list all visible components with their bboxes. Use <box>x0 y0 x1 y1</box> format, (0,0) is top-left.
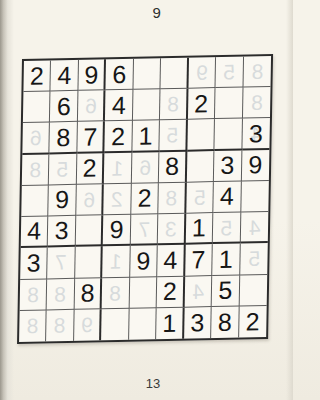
cell-r1c8[interactable]: 5 <box>216 57 244 89</box>
given-digit: 1 <box>138 123 152 148</box>
cell-r3c4: 2 <box>105 121 133 153</box>
given-digit: 4 <box>57 63 71 88</box>
given-digit: 4 <box>112 93 126 118</box>
cell-r5c4[interactable]: 2 <box>104 184 132 216</box>
given-digit: 1 <box>219 247 233 272</box>
given-digit: 9 <box>55 187 69 212</box>
cell-r8c7[interactable]: 4 <box>184 276 212 308</box>
showthrough-digit: 5 <box>49 158 76 180</box>
cell-r7c7: 7 <box>185 244 213 276</box>
sudoku-board: 2496958664828687215438521683996228544397… <box>17 54 273 344</box>
showthrough-digit: 5 <box>240 248 268 270</box>
given-digit: 6 <box>112 62 126 87</box>
given-digit: 9 <box>84 62 98 87</box>
cell-r9c8: 8 <box>211 306 239 338</box>
showthrough-digit: 5 <box>213 217 240 239</box>
showthrough-digit: 6 <box>76 189 102 211</box>
cell-r6c9[interactable]: 4 <box>240 212 268 244</box>
cell-r6c7: 1 <box>185 213 213 245</box>
cell-r3c1[interactable]: 6 <box>22 123 50 155</box>
cell-r9c7: 3 <box>184 307 212 339</box>
cell-r9c5[interactable] <box>129 308 157 340</box>
cell-r9c2[interactable]: 8 <box>47 310 75 342</box>
cell-r3c5: 1 <box>132 121 160 153</box>
showthrough-digit: 8 <box>19 315 46 337</box>
cell-r2c9[interactable]: 8 <box>242 87 270 119</box>
cell-r7c2[interactable]: 7 <box>48 247 76 279</box>
page-number: 13 <box>146 376 160 391</box>
given-digit: 2 <box>163 279 177 304</box>
given-digit: 3 <box>220 153 234 178</box>
showthrough-digit: 5 <box>160 124 186 146</box>
cell-r2c3[interactable]: 6 <box>78 91 106 123</box>
cell-r5c2: 9 <box>49 185 77 217</box>
cell-r5c8: 4 <box>213 181 241 213</box>
cell-r9c3[interactable]: 9 <box>74 309 102 341</box>
showthrough-digit: 1 <box>104 157 131 179</box>
given-digit: 8 <box>218 310 232 335</box>
page-binding-shadow <box>0 0 14 400</box>
given-digit: 4 <box>163 248 177 273</box>
cell-r4c3: 2 <box>77 153 105 185</box>
cell-r4c7[interactable] <box>187 151 215 183</box>
cell-r2c7: 2 <box>188 88 216 120</box>
cell-r5c7[interactable]: 5 <box>186 182 214 214</box>
cell-r4c2[interactable]: 5 <box>49 154 77 186</box>
cell-r7c9[interactable]: 5 <box>240 243 268 275</box>
given-digit: 3 <box>26 250 40 275</box>
cell-r6c2: 3 <box>48 216 76 248</box>
showthrough-digit: 4 <box>184 280 211 302</box>
cell-r4c4[interactable]: 1 <box>104 152 132 184</box>
given-digit: 9 <box>109 217 123 242</box>
cell-r3c3: 7 <box>77 122 105 154</box>
cell-r2c2: 6 <box>50 91 78 123</box>
cell-r8c9[interactable] <box>239 275 267 307</box>
cell-r7c8: 1 <box>212 244 240 276</box>
cell-r5c9[interactable] <box>241 181 269 213</box>
showthrough-digit: 3 <box>158 218 184 240</box>
cell-r3c8[interactable] <box>215 119 243 151</box>
cell-r6c3[interactable] <box>76 215 104 247</box>
given-digit: 3 <box>54 218 68 243</box>
cell-r9c4[interactable] <box>101 309 129 341</box>
given-digit: 7 <box>83 124 97 149</box>
cell-r1c1: 2 <box>23 60 51 92</box>
showthrough-digit: 8 <box>102 282 129 304</box>
cell-r6c1: 4 <box>21 217 49 249</box>
showthrough-digit: 2 <box>104 188 131 210</box>
cell-r5c5: 2 <box>131 183 159 215</box>
given-digit: 5 <box>218 278 232 303</box>
given-digit: 8 <box>56 125 70 150</box>
given-digit: 4 <box>27 219 41 244</box>
cell-r1c3: 9 <box>78 59 106 91</box>
showthrough-digit: 8 <box>20 284 47 306</box>
cell-r8c3: 8 <box>75 278 103 310</box>
showthrough-digit: 7 <box>131 218 158 240</box>
cell-r2c4: 4 <box>105 90 133 122</box>
showthrough-digit: 8 <box>22 159 49 181</box>
cell-r8c4[interactable]: 8 <box>102 277 130 309</box>
cell-r5c6[interactable]: 8 <box>159 183 187 215</box>
given-digit: 3 <box>190 310 204 335</box>
cell-r4c8: 3 <box>214 150 242 182</box>
showthrough-digit: 5 <box>216 61 243 83</box>
given-digit: 1 <box>192 215 206 240</box>
cell-r1c2: 4 <box>51 60 79 92</box>
cell-r1c7[interactable]: 9 <box>188 57 216 89</box>
page-edge-shadow <box>286 0 293 400</box>
cell-r1c5[interactable] <box>133 58 161 90</box>
showthrough-digit: 4 <box>240 216 268 238</box>
given-digit: 3 <box>249 121 263 146</box>
showthrough-digit: 8 <box>243 92 271 114</box>
showthrough-digit: 8 <box>243 61 271 83</box>
given-digit: 4 <box>220 184 234 209</box>
cell-r2c5[interactable] <box>133 89 161 121</box>
showthrough-digit: 8 <box>160 94 186 116</box>
cell-r5c3[interactable]: 6 <box>76 184 104 216</box>
cell-r6c4: 9 <box>103 215 131 247</box>
showthrough-digit: 1 <box>103 251 130 273</box>
cell-r8c6: 2 <box>157 276 185 308</box>
given-digit: 2 <box>83 156 97 181</box>
cell-r8c2[interactable]: 8 <box>47 278 75 310</box>
showthrough-digit: 8 <box>47 315 74 337</box>
cell-r6c6[interactable]: 3 <box>158 214 186 246</box>
cell-r9c6: 1 <box>156 307 184 339</box>
cell-r7c4[interactable]: 1 <box>103 246 131 278</box>
given-digit: 2 <box>30 63 44 88</box>
cell-r1c6[interactable] <box>161 58 189 90</box>
cell-r6c8[interactable]: 5 <box>213 213 241 245</box>
given-digit: 2 <box>194 91 208 116</box>
cell-r3c9: 43 <box>242 118 270 150</box>
cell-r4c9: 9 <box>241 150 269 182</box>
cell-r9c1[interactable]: 8 <box>19 310 47 342</box>
given-digit: 7 <box>191 247 205 272</box>
given-digit: 2 <box>137 186 151 211</box>
cell-r7c6: 4 <box>157 245 185 277</box>
given-digit: 9 <box>248 152 262 177</box>
showthrough-digit: 7 <box>48 252 75 274</box>
cell-r1c9[interactable]: 8 <box>243 56 271 88</box>
given-digit: 2 <box>246 309 260 334</box>
showthrough-digit: 8 <box>47 283 74 305</box>
given-digit: 1 <box>162 311 176 336</box>
cell-r7c5: 9 <box>130 246 158 278</box>
cell-r6c5[interactable]: 7 <box>131 214 159 246</box>
showthrough-digit: 9 <box>188 62 215 84</box>
cell-r8c1[interactable]: 8 <box>20 279 48 311</box>
cell-r4c1[interactable]: 8 <box>22 154 50 186</box>
cell-r2c8[interactable] <box>215 88 243 120</box>
cell-r8c8: 5 <box>212 275 240 307</box>
cell-r2c1[interactable] <box>23 92 51 124</box>
cell-r9c9: 2 <box>239 306 267 338</box>
showthrough-digit: 8 <box>159 187 185 209</box>
cell-r2c6[interactable]: 8 <box>160 89 188 121</box>
cell-r4c6: 8 <box>159 151 187 183</box>
given-digit: 8 <box>80 281 94 306</box>
given-digit: 8 <box>165 154 179 179</box>
showthrough-digit: 6 <box>78 95 104 117</box>
showthrough-digit: 5 <box>186 187 213 209</box>
cell-r5c1[interactable] <box>21 185 49 217</box>
cell-r7c3[interactable] <box>75 247 103 279</box>
cell-r1c4: 6 <box>106 59 134 91</box>
showthrough-digit: 9 <box>74 314 100 336</box>
given-digit: 9 <box>136 248 150 273</box>
cell-r8c5[interactable] <box>129 277 157 309</box>
given-digit: 6 <box>57 94 71 119</box>
cell-r7c1: 3 <box>20 248 48 280</box>
showthrough-digit: 6 <box>22 127 49 149</box>
given-digit: 2 <box>111 123 125 148</box>
puzzle-number: 9 <box>153 4 162 21</box>
showthrough-digit: 6 <box>132 156 159 178</box>
cell-r3c6[interactable]: 5 <box>160 120 188 152</box>
cell-r3c2: 8 <box>50 122 78 154</box>
cell-r3c7[interactable] <box>187 120 215 152</box>
cell-r4c5[interactable]: 6 <box>132 152 160 184</box>
